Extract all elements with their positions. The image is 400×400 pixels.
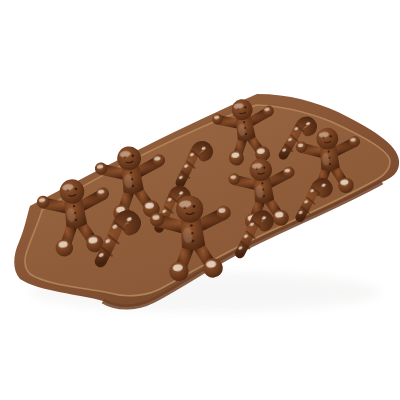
product-photo-silicone-mould	[0, 0, 400, 400]
